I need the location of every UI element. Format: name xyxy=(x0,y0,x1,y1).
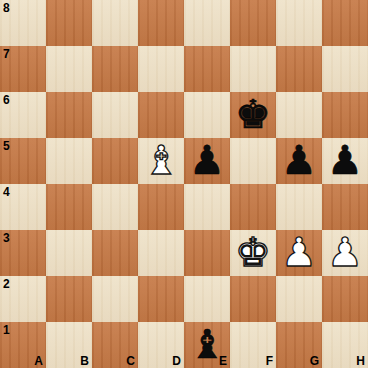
square-g4[interactable] xyxy=(276,184,322,230)
file-label-g: G xyxy=(310,354,319,368)
square-h5[interactable]: ♟ xyxy=(322,138,368,184)
square-b6[interactable] xyxy=(46,92,92,138)
square-b2[interactable] xyxy=(46,276,92,322)
square-d2[interactable] xyxy=(138,276,184,322)
square-f8[interactable] xyxy=(230,0,276,46)
square-h8[interactable] xyxy=(322,0,368,46)
square-a5[interactable]: 5 xyxy=(0,138,46,184)
square-g8[interactable] xyxy=(276,0,322,46)
square-d3[interactable] xyxy=(138,230,184,276)
rank-label-1: 1 xyxy=(3,323,10,337)
square-c5[interactable] xyxy=(92,138,138,184)
square-e6[interactable] xyxy=(184,92,230,138)
square-f2[interactable] xyxy=(230,276,276,322)
square-d8[interactable] xyxy=(138,0,184,46)
square-b4[interactable] xyxy=(46,184,92,230)
square-c8[interactable] xyxy=(92,0,138,46)
piece-white-bishop-d5[interactable]: ♝ xyxy=(143,140,179,180)
rank-label-3: 3 xyxy=(3,231,10,245)
square-a3[interactable]: 3 xyxy=(0,230,46,276)
square-f5[interactable] xyxy=(230,138,276,184)
square-a6[interactable]: 6 xyxy=(0,92,46,138)
square-f7[interactable] xyxy=(230,46,276,92)
square-h4[interactable] xyxy=(322,184,368,230)
square-d6[interactable] xyxy=(138,92,184,138)
file-label-c: C xyxy=(126,354,135,368)
square-a8[interactable]: 8 xyxy=(0,0,46,46)
square-b5[interactable] xyxy=(46,138,92,184)
square-d4[interactable] xyxy=(138,184,184,230)
square-h3[interactable]: ♟ xyxy=(322,230,368,276)
square-c2[interactable] xyxy=(92,276,138,322)
rank-label-4: 4 xyxy=(3,185,10,199)
square-g3[interactable]: ♟ xyxy=(276,230,322,276)
square-b1[interactable]: B xyxy=(46,322,92,368)
square-a4[interactable]: 4 xyxy=(0,184,46,230)
square-f4[interactable] xyxy=(230,184,276,230)
square-e4[interactable] xyxy=(184,184,230,230)
piece-white-pawn-g3[interactable]: ♟ xyxy=(281,232,317,272)
square-f3[interactable]: ♚ xyxy=(230,230,276,276)
square-g2[interactable] xyxy=(276,276,322,322)
square-c6[interactable] xyxy=(92,92,138,138)
square-d5[interactable]: ♝ xyxy=(138,138,184,184)
file-label-f: F xyxy=(266,354,273,368)
piece-black-pawn-g5[interactable]: ♟ xyxy=(281,140,317,180)
square-c1[interactable]: C xyxy=(92,322,138,368)
square-e7[interactable] xyxy=(184,46,230,92)
piece-white-pawn-h3[interactable]: ♟ xyxy=(327,232,363,272)
file-label-h: H xyxy=(356,354,365,368)
square-c4[interactable] xyxy=(92,184,138,230)
rank-label-8: 8 xyxy=(3,1,10,15)
square-d1[interactable]: D xyxy=(138,322,184,368)
rank-label-7: 7 xyxy=(3,47,10,61)
square-a1[interactable]: 1A xyxy=(0,322,46,368)
file-label-b: B xyxy=(80,354,89,368)
piece-black-bishop-e1[interactable]: ♝ xyxy=(189,324,225,364)
file-label-d: D xyxy=(172,354,181,368)
square-h2[interactable] xyxy=(322,276,368,322)
square-h7[interactable] xyxy=(322,46,368,92)
piece-white-king-f3[interactable]: ♚ xyxy=(235,232,271,272)
square-g5[interactable]: ♟ xyxy=(276,138,322,184)
square-h1[interactable]: H xyxy=(322,322,368,368)
piece-black-pawn-h5[interactable]: ♟ xyxy=(327,140,363,180)
square-g1[interactable]: G xyxy=(276,322,322,368)
chess-board: 876♚5♝♟♟♟43♚♟♟21ABCDE♝FGH xyxy=(0,0,368,368)
square-a2[interactable]: 2 xyxy=(0,276,46,322)
square-e8[interactable] xyxy=(184,0,230,46)
square-a7[interactable]: 7 xyxy=(0,46,46,92)
square-b7[interactable] xyxy=(46,46,92,92)
piece-black-pawn-e5[interactable]: ♟ xyxy=(189,140,225,180)
square-f6[interactable]: ♚ xyxy=(230,92,276,138)
square-c7[interactable] xyxy=(92,46,138,92)
square-b8[interactable] xyxy=(46,0,92,46)
square-c3[interactable] xyxy=(92,230,138,276)
square-b3[interactable] xyxy=(46,230,92,276)
square-e1[interactable]: E♝ xyxy=(184,322,230,368)
square-h6[interactable] xyxy=(322,92,368,138)
square-f1[interactable]: F xyxy=(230,322,276,368)
square-g7[interactable] xyxy=(276,46,322,92)
square-d7[interactable] xyxy=(138,46,184,92)
square-e3[interactable] xyxy=(184,230,230,276)
piece-black-king-f6[interactable]: ♚ xyxy=(235,94,271,134)
rank-label-5: 5 xyxy=(3,139,10,153)
rank-label-6: 6 xyxy=(3,93,10,107)
rank-label-2: 2 xyxy=(3,277,10,291)
square-e2[interactable] xyxy=(184,276,230,322)
square-e5[interactable]: ♟ xyxy=(184,138,230,184)
file-label-a: A xyxy=(34,354,43,368)
square-g6[interactable] xyxy=(276,92,322,138)
